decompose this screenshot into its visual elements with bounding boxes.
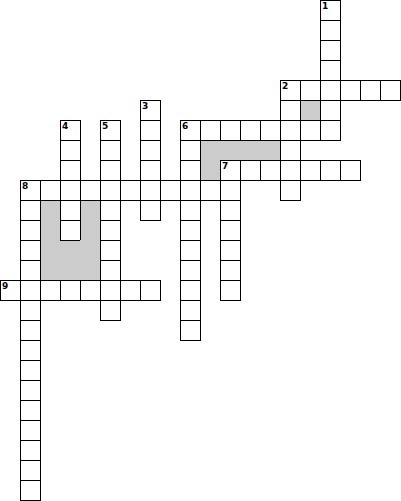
cell[interactable] xyxy=(140,180,161,201)
cell[interactable] xyxy=(280,100,301,121)
cell[interactable] xyxy=(320,60,341,81)
blocked-cell xyxy=(60,240,81,261)
cell[interactable] xyxy=(60,160,81,181)
cell[interactable] xyxy=(60,280,81,301)
cell[interactable] xyxy=(20,380,41,401)
blocked-cell xyxy=(40,200,61,221)
blocked-cell xyxy=(60,260,81,281)
cell[interactable] xyxy=(180,240,201,261)
blocked-cell xyxy=(200,140,221,161)
blocked-cell xyxy=(80,220,101,241)
cell[interactable] xyxy=(280,120,301,141)
cell[interactable] xyxy=(140,120,161,141)
cell[interactable] xyxy=(100,260,121,281)
cell[interactable] xyxy=(280,140,301,161)
cell[interactable] xyxy=(20,240,41,261)
cell[interactable] xyxy=(240,120,261,141)
cell[interactable] xyxy=(260,120,281,141)
cell[interactable] xyxy=(300,160,321,181)
cell[interactable] xyxy=(180,300,201,321)
cell[interactable] xyxy=(180,260,201,281)
cell[interactable] xyxy=(260,160,281,181)
cell[interactable] xyxy=(360,80,381,101)
cell[interactable] xyxy=(280,180,301,201)
cell[interactable] xyxy=(20,220,41,241)
cell[interactable] xyxy=(40,280,61,301)
cell[interactable] xyxy=(220,280,241,301)
cell[interactable] xyxy=(80,280,101,301)
cell[interactable] xyxy=(100,280,121,301)
blocked-cell xyxy=(40,260,61,281)
cell[interactable] xyxy=(60,200,81,221)
cell[interactable] xyxy=(20,460,41,481)
cell[interactable] xyxy=(20,340,41,361)
cell[interactable] xyxy=(120,180,141,201)
cell[interactable] xyxy=(340,160,361,181)
cell[interactable] xyxy=(180,140,201,161)
cell[interactable] xyxy=(20,300,41,321)
cell[interactable] xyxy=(100,220,121,241)
blocked-cell xyxy=(80,240,101,261)
cell[interactable] xyxy=(140,200,161,221)
cell[interactable] xyxy=(300,80,321,101)
cell[interactable] xyxy=(380,80,401,101)
blocked-cell xyxy=(80,260,101,281)
blocked-cell xyxy=(40,220,61,241)
blocked-cell xyxy=(80,200,101,221)
cell[interactable] xyxy=(100,200,121,221)
cell[interactable] xyxy=(20,400,41,421)
cell[interactable] xyxy=(20,200,41,221)
cell[interactable] xyxy=(120,280,141,301)
cell[interactable] xyxy=(200,180,221,201)
cell[interactable] xyxy=(100,120,121,141)
cell[interactable] xyxy=(240,160,261,181)
cell[interactable] xyxy=(60,220,81,241)
cell[interactable] xyxy=(300,120,321,141)
cell[interactable] xyxy=(100,140,121,161)
blocked-cell xyxy=(300,100,321,121)
cell[interactable] xyxy=(100,300,121,321)
cell[interactable] xyxy=(160,180,181,201)
cell[interactable] xyxy=(280,160,301,181)
cell[interactable] xyxy=(60,120,81,141)
cell[interactable] xyxy=(20,480,41,501)
cell[interactable] xyxy=(320,160,341,181)
cell[interactable] xyxy=(280,80,301,101)
cell[interactable] xyxy=(60,140,81,161)
cell[interactable] xyxy=(20,180,41,201)
cell[interactable] xyxy=(140,160,161,181)
cell[interactable] xyxy=(320,80,341,101)
cell[interactable] xyxy=(220,240,241,261)
cell[interactable] xyxy=(200,120,221,141)
blocked-cell xyxy=(240,140,261,161)
cell[interactable] xyxy=(140,280,161,301)
cell[interactable] xyxy=(220,220,241,241)
blocked-cell xyxy=(220,140,241,161)
cell[interactable] xyxy=(180,200,201,221)
cell[interactable] xyxy=(220,200,241,221)
cell[interactable] xyxy=(140,100,161,121)
cell[interactable] xyxy=(180,320,201,341)
crossword-board: 123456789 xyxy=(0,0,401,501)
cell[interactable] xyxy=(100,180,121,201)
cell[interactable] xyxy=(20,420,41,441)
cell[interactable] xyxy=(320,120,341,141)
cell[interactable] xyxy=(180,160,201,181)
cell[interactable] xyxy=(320,40,341,61)
cell[interactable] xyxy=(220,160,241,181)
blocked-cell xyxy=(40,240,61,261)
cell[interactable] xyxy=(180,220,201,241)
cell[interactable] xyxy=(80,180,101,201)
cell[interactable] xyxy=(220,120,241,141)
cell[interactable] xyxy=(20,320,41,341)
cell[interactable] xyxy=(20,280,41,301)
cell[interactable] xyxy=(340,80,361,101)
cell[interactable] xyxy=(220,260,241,281)
blocked-cell xyxy=(200,160,221,181)
cell[interactable] xyxy=(0,280,21,301)
cell[interactable] xyxy=(100,160,121,181)
cell[interactable] xyxy=(20,360,41,381)
cell[interactable] xyxy=(60,180,81,201)
cell[interactable] xyxy=(140,140,161,161)
cell[interactable] xyxy=(20,440,41,461)
cell[interactable] xyxy=(320,0,341,21)
cell[interactable] xyxy=(180,280,201,301)
blocked-cell xyxy=(260,140,281,161)
cell[interactable] xyxy=(320,100,341,121)
cell[interactable] xyxy=(20,260,41,281)
cell[interactable] xyxy=(40,180,61,201)
cell[interactable] xyxy=(100,240,121,261)
cell[interactable] xyxy=(220,180,241,201)
cell[interactable] xyxy=(180,120,201,141)
cell[interactable] xyxy=(320,20,341,41)
cell[interactable] xyxy=(180,180,201,201)
